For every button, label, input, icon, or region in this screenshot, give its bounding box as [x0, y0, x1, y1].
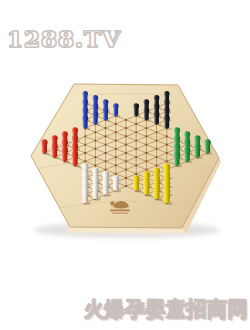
hole	[104, 127, 106, 129]
hole	[125, 177, 127, 179]
hole	[135, 123, 137, 125]
hole	[84, 135, 86, 137]
hole	[155, 139, 157, 141]
hole	[125, 168, 127, 170]
hole	[166, 160, 168, 162]
hole	[115, 164, 117, 166]
hole	[94, 131, 96, 133]
hole	[115, 156, 117, 158]
hole	[166, 152, 168, 154]
hole	[84, 160, 86, 162]
hole	[145, 152, 147, 154]
hole	[135, 131, 137, 133]
hole	[145, 160, 147, 162]
hole	[125, 144, 127, 146]
hole	[125, 135, 127, 137]
product-photo: 1288.TV 火爆孕婴童招商网	[0, 0, 250, 330]
hole	[115, 131, 117, 133]
hole	[94, 139, 96, 141]
hole	[135, 139, 137, 141]
hole	[115, 148, 117, 150]
hole	[135, 148, 137, 150]
hole	[125, 152, 127, 154]
hole	[115, 139, 117, 141]
hole	[104, 160, 106, 162]
hole	[145, 127, 147, 129]
hole	[94, 164, 96, 166]
hole	[125, 160, 127, 162]
hole	[166, 144, 168, 146]
hole	[115, 173, 117, 175]
hole	[125, 185, 127, 187]
hole	[104, 144, 106, 146]
hole	[145, 168, 147, 170]
hole	[135, 173, 137, 175]
hole	[104, 152, 106, 154]
hole	[145, 135, 147, 137]
hole	[125, 127, 127, 129]
hole	[104, 168, 106, 170]
hole	[155, 148, 157, 150]
hole	[104, 135, 106, 137]
hole	[94, 156, 96, 158]
hole	[135, 156, 137, 158]
watermark-footer-text: 火爆孕婴童招商网	[84, 296, 248, 323]
hole	[155, 131, 157, 133]
hole	[125, 119, 127, 121]
hole	[84, 144, 86, 146]
hole	[84, 152, 86, 154]
hole	[166, 135, 168, 137]
hole	[155, 156, 157, 158]
hole	[115, 123, 117, 125]
hole	[135, 164, 137, 166]
hole	[94, 148, 96, 150]
hole	[145, 144, 147, 146]
chinese-checkers-board	[0, 0, 250, 330]
hole	[155, 164, 157, 166]
